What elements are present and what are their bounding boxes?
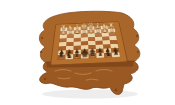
white-pawn: ♟ [82,28,87,33]
white-pawn: ♟ [68,29,73,34]
black-king: ♚ [80,49,89,59]
square-a8: ♜ [112,52,121,57]
black-rook: ♜ [58,52,64,59]
square-b8: ♞ [104,53,112,58]
camera-tilt: ♜♞♝♚♛♝♞♜♟♟♟♟♟♟♟♟♟♟♟♟♟♟♟♟♜♞♝♚♛♝♞♜ [0,0,175,105]
chess-set-product-photo: ♜♞♝♚♛♝♞♜♟♟♟♟♟♟♟♟♟♟♟♟♟♟♟♟♜♞♝♚♛♝♞♜ [0,0,175,105]
square-h8: ♜ [58,55,66,60]
square-e8: ♚ [81,54,89,59]
white-pawn: ♟ [96,28,101,33]
black-bishop: ♝ [97,50,104,58]
square-c8: ♝ [96,53,104,58]
black-knight: ♞ [105,50,112,58]
white-pawn: ♟ [61,29,66,34]
square-g8: ♞ [65,54,73,59]
chess-board: ♜♞♝♚♛♝♞♜♟♟♟♟♟♟♟♟♟♟♟♟♟♟♟♟♜♞♝♚♛♝♞♜ [51,22,127,65]
black-rook: ♜ [113,50,119,57]
white-pawn: ♟ [75,29,80,34]
black-knight: ♞ [66,52,73,60]
square-d8: ♛ [89,53,97,58]
square-a2: ♟ [108,29,115,33]
white-pawn: ♟ [89,28,94,33]
black-queen: ♛ [88,49,96,58]
white-pawn: ♟ [102,28,107,33]
chess-board-squares: ♜♞♝♚♛♝♞♜♟♟♟♟♟♟♟♟♟♟♟♟♟♟♟♟♜♞♝♚♛♝♞♜ [58,25,121,59]
white-pawn: ♟ [109,27,114,32]
